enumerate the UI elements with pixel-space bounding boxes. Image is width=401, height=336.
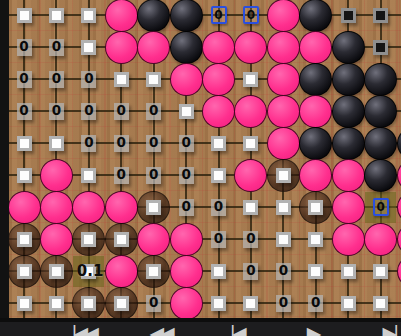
white-territory-mark[interactable] — [114, 232, 129, 247]
skip-to-end-button[interactable]: ▶| — [382, 324, 395, 336]
fast-rewind-button[interactable]: ◀◀ — [149, 324, 170, 336]
score-zero-chip[interactable]: 0 — [114, 103, 129, 120]
white-stone[interactable] — [299, 31, 332, 64]
score-zero-chip[interactable]: 0 — [17, 39, 32, 56]
black-stone[interactable] — [299, 63, 332, 96]
score-zero-chip[interactable]: 0 — [17, 103, 32, 120]
white-territory-mark[interactable] — [276, 168, 291, 183]
white-territory-mark[interactable] — [17, 232, 32, 247]
black-stone[interactable] — [332, 63, 365, 96]
white-stone[interactable] — [137, 31, 170, 64]
white-stone[interactable] — [267, 63, 300, 96]
white-territory-mark[interactable] — [373, 264, 388, 279]
score-zero-chip[interactable]: 0 — [81, 103, 96, 120]
score-zero-chip[interactable]: 0 — [81, 135, 96, 152]
score-zero-chip[interactable]: 0 — [146, 103, 161, 120]
white-territory-mark[interactable] — [17, 264, 32, 279]
white-territory-mark[interactable] — [308, 200, 323, 215]
white-stone[interactable] — [170, 223, 203, 256]
white-territory-mark[interactable] — [81, 168, 96, 183]
white-stone[interactable] — [137, 223, 170, 256]
score-zero-chip[interactable]: 0 — [243, 263, 258, 280]
score-zero-chip[interactable]: 0 — [49, 39, 64, 56]
white-territory-mark[interactable] — [211, 296, 226, 311]
white-territory-mark[interactable] — [179, 104, 194, 119]
score-zero-chip[interactable]: 0 — [211, 199, 226, 216]
black-stone[interactable] — [364, 95, 397, 128]
white-stone[interactable] — [267, 0, 300, 32]
black-stone[interactable] — [332, 31, 365, 64]
white-stone[interactable] — [234, 159, 267, 192]
white-territory-mark[interactable] — [146, 264, 161, 279]
score-zero-chip[interactable]: 0 — [243, 231, 258, 248]
white-territory-mark[interactable] — [308, 264, 323, 279]
score-zero-chip[interactable]: 0 — [276, 263, 291, 280]
black-stone[interactable] — [137, 0, 170, 32]
white-stone[interactable] — [202, 95, 235, 128]
white-stone[interactable] — [72, 191, 105, 224]
white-stone[interactable] — [332, 191, 365, 224]
white-stone[interactable] — [105, 0, 138, 32]
score-zero-chip[interactable]: 0 — [179, 167, 194, 184]
white-stone[interactable] — [202, 31, 235, 64]
white-territory-mark[interactable] — [211, 264, 226, 279]
blue-zero-label[interactable]: 0 — [243, 6, 259, 24]
white-stone[interactable] — [40, 159, 73, 192]
white-territory-mark[interactable] — [49, 8, 64, 23]
white-stone[interactable] — [170, 287, 203, 319]
score-zero-chip[interactable]: 0 — [49, 103, 64, 120]
score-zero-chip[interactable]: 0 — [146, 135, 161, 152]
white-territory-mark[interactable] — [17, 136, 32, 151]
white-territory-mark[interactable] — [17, 168, 32, 183]
score-zero-chip[interactable]: 0 — [276, 295, 291, 312]
white-territory-mark[interactable] — [373, 296, 388, 311]
white-territory-mark[interactable] — [146, 72, 161, 87]
skip-to-start-button[interactable]: |◀◀ — [71, 324, 95, 336]
blue-zero-label[interactable]: 0 — [211, 6, 227, 24]
white-territory-mark[interactable] — [308, 232, 323, 247]
score-zero-chip[interactable]: 0 — [211, 231, 226, 248]
white-stone[interactable] — [299, 159, 332, 192]
white-stone[interactable] — [170, 63, 203, 96]
white-stone[interactable] — [105, 191, 138, 224]
score-zero-chip[interactable]: 0 — [146, 167, 161, 184]
white-stone[interactable] — [299, 95, 332, 128]
white-territory-mark[interactable] — [17, 8, 32, 23]
black-stone[interactable] — [170, 0, 203, 32]
black-stone[interactable] — [299, 0, 332, 32]
black-stone[interactable] — [170, 31, 203, 64]
score-zero-chip[interactable]: 0 — [114, 135, 129, 152]
score-zero-chip[interactable]: 0 — [308, 295, 323, 312]
white-territory-mark[interactable] — [276, 200, 291, 215]
white-territory-mark[interactable] — [243, 200, 258, 215]
step-forward-button[interactable]: ▶ — [307, 324, 318, 336]
black-territory-mark[interactable] — [341, 8, 356, 23]
white-territory-mark[interactable] — [114, 296, 129, 311]
white-territory-mark[interactable] — [81, 296, 96, 311]
blue-zero-label[interactable]: 0 — [373, 198, 389, 216]
white-territory-mark[interactable] — [276, 232, 291, 247]
go-app-window: 0000000000000000000000000.100000 |◀◀◀◀|◀… — [0, 0, 401, 336]
black-stone[interactable] — [364, 159, 397, 192]
white-stone[interactable] — [40, 223, 73, 256]
white-stone[interactable] — [364, 223, 397, 256]
point-loss-label: 0.1 — [77, 262, 104, 280]
white-territory-mark[interactable] — [81, 40, 96, 55]
white-territory-mark[interactable] — [81, 8, 96, 23]
white-territory-mark[interactable] — [341, 264, 356, 279]
white-stone[interactable] — [234, 31, 267, 64]
white-stone[interactable] — [267, 31, 300, 64]
step-back-button[interactable]: |◀ — [229, 324, 242, 336]
score-zero-chip[interactable]: 0 — [81, 71, 96, 88]
white-stone[interactable] — [105, 255, 138, 288]
white-stone[interactable] — [332, 223, 365, 256]
black-territory-mark[interactable] — [373, 8, 388, 23]
black-stone[interactable] — [364, 127, 397, 160]
black-stone[interactable] — [332, 127, 365, 160]
score-zero-chip[interactable]: 0 — [179, 199, 194, 216]
white-stone[interactable] — [267, 127, 300, 160]
white-territory-mark[interactable] — [341, 296, 356, 311]
white-territory-mark[interactable] — [146, 200, 161, 215]
black-stone[interactable] — [364, 63, 397, 96]
score-zero-chip[interactable]: 0 — [114, 167, 129, 184]
score-zero-chip[interactable]: 0 — [179, 135, 194, 152]
white-stone[interactable] — [234, 95, 267, 128]
white-territory-mark[interactable] — [243, 72, 258, 87]
white-territory-mark[interactable] — [243, 136, 258, 151]
white-territory-mark[interactable] — [81, 232, 96, 247]
black-stone[interactable] — [299, 127, 332, 160]
score-zero-chip[interactable]: 0 — [49, 71, 64, 88]
white-territory-mark[interactable] — [49, 296, 64, 311]
white-stone[interactable] — [105, 31, 138, 64]
white-stone[interactable] — [267, 95, 300, 128]
white-stone[interactable] — [170, 255, 203, 288]
black-stone[interactable] — [332, 95, 365, 128]
white-territory-mark[interactable] — [49, 136, 64, 151]
go-board[interactable]: 0000000000000000000000000.100000 — [9, 0, 401, 318]
black-territory-mark[interactable] — [373, 40, 388, 55]
white-stone[interactable] — [202, 63, 235, 96]
white-territory-mark[interactable] — [49, 264, 64, 279]
white-territory-mark[interactable] — [211, 136, 226, 151]
white-stone[interactable] — [332, 159, 365, 192]
white-territory-mark[interactable] — [17, 296, 32, 311]
white-territory-mark[interactable] — [211, 168, 226, 183]
white-stone[interactable] — [9, 191, 41, 224]
score-zero-chip[interactable]: 0 — [17, 71, 32, 88]
score-zero-chip[interactable]: 0 — [146, 295, 161, 312]
white-territory-mark[interactable] — [243, 296, 258, 311]
white-territory-mark[interactable] — [114, 72, 129, 87]
white-stone[interactable] — [40, 191, 73, 224]
playback-toolbar: |◀◀◀◀|◀▶▶| — [0, 322, 401, 336]
